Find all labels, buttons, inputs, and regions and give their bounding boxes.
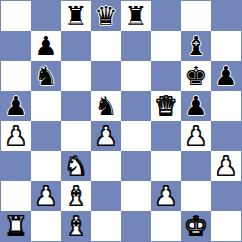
square-c6[interactable]	[61, 61, 91, 91]
white-rook-piece[interactable]: ♜	[4, 211, 27, 241]
square-c1[interactable]: ♝	[61, 211, 91, 241]
square-a3[interactable]	[1, 151, 31, 181]
chess-board: ♜♛♜♟♝♞♚♟♟♞♛♟♟♟♟♞♟♟♝♟♜♝♚	[0, 0, 242, 242]
white-bishop-piece[interactable]: ♝	[64, 181, 87, 211]
square-g3[interactable]	[181, 151, 211, 181]
square-e3[interactable]	[121, 151, 151, 181]
square-h8[interactable]	[211, 1, 241, 31]
square-e2[interactable]	[121, 181, 151, 211]
square-d2[interactable]	[91, 181, 121, 211]
white-pawn-piece[interactable]: ♟	[94, 121, 117, 151]
square-d1[interactable]	[91, 211, 121, 241]
black-pawn-piece[interactable]: ♟	[184, 91, 207, 121]
square-d3[interactable]	[91, 151, 121, 181]
white-pawn-piece[interactable]: ♟	[34, 181, 57, 211]
square-f4[interactable]	[151, 121, 181, 151]
square-d5[interactable]: ♞	[91, 91, 121, 121]
black-knight-piece[interactable]: ♞	[94, 91, 117, 121]
square-g7[interactable]: ♝	[181, 31, 211, 61]
square-e1[interactable]	[121, 211, 151, 241]
square-e5[interactable]	[121, 91, 151, 121]
square-a4[interactable]: ♟	[1, 121, 31, 151]
white-bishop-piece[interactable]: ♝	[64, 211, 87, 241]
square-c2[interactable]: ♝	[61, 181, 91, 211]
square-h4[interactable]	[211, 121, 241, 151]
white-king-piece[interactable]: ♚	[184, 211, 207, 241]
square-f8[interactable]	[151, 1, 181, 31]
square-a8[interactable]	[1, 1, 31, 31]
black-knight-piece[interactable]: ♞	[34, 61, 57, 91]
square-f2[interactable]: ♟	[151, 181, 181, 211]
square-g5[interactable]: ♟	[181, 91, 211, 121]
square-d7[interactable]	[91, 31, 121, 61]
square-b4[interactable]	[31, 121, 61, 151]
square-h2[interactable]	[211, 181, 241, 211]
square-g6[interactable]: ♚	[181, 61, 211, 91]
square-d8[interactable]: ♛	[91, 1, 121, 31]
white-pawn-piece[interactable]: ♟	[214, 151, 237, 181]
square-a7[interactable]	[1, 31, 31, 61]
square-b5[interactable]	[31, 91, 61, 121]
square-f5[interactable]: ♛	[151, 91, 181, 121]
square-h7[interactable]	[211, 31, 241, 61]
square-b1[interactable]	[31, 211, 61, 241]
square-e6[interactable]	[121, 61, 151, 91]
square-b7[interactable]: ♟	[31, 31, 61, 61]
square-f6[interactable]	[151, 61, 181, 91]
square-c7[interactable]	[61, 31, 91, 61]
square-b3[interactable]	[31, 151, 61, 181]
square-d4[interactable]: ♟	[91, 121, 121, 151]
black-pawn-piece[interactable]: ♟	[214, 61, 237, 91]
square-c3[interactable]: ♞	[61, 151, 91, 181]
black-queen-piece[interactable]: ♛	[94, 1, 117, 31]
square-e8[interactable]: ♜	[121, 1, 151, 31]
square-b2[interactable]: ♟	[31, 181, 61, 211]
square-c4[interactable]	[61, 121, 91, 151]
square-b8[interactable]	[31, 1, 61, 31]
square-f1[interactable]	[151, 211, 181, 241]
black-king-piece[interactable]: ♚	[184, 61, 207, 91]
square-a1[interactable]: ♜	[1, 211, 31, 241]
square-a6[interactable]	[1, 61, 31, 91]
square-a2[interactable]	[1, 181, 31, 211]
square-c8[interactable]: ♜	[61, 1, 91, 31]
square-e7[interactable]	[121, 31, 151, 61]
white-pawn-piece[interactable]: ♟	[154, 181, 177, 211]
white-pawn-piece[interactable]: ♟	[184, 121, 207, 151]
square-e4[interactable]	[121, 121, 151, 151]
white-queen-piece[interactable]: ♛	[154, 91, 177, 121]
square-d6[interactable]	[91, 61, 121, 91]
black-pawn-piece[interactable]: ♟	[4, 91, 27, 121]
black-bishop-piece[interactable]: ♝	[184, 31, 207, 61]
square-h6[interactable]: ♟	[211, 61, 241, 91]
black-pawn-piece[interactable]: ♟	[34, 31, 57, 61]
white-pawn-piece[interactable]: ♟	[4, 121, 27, 151]
square-a5[interactable]: ♟	[1, 91, 31, 121]
square-g1[interactable]: ♚	[181, 211, 211, 241]
white-knight-piece[interactable]: ♞	[64, 151, 87, 181]
black-rook-piece[interactable]: ♜	[124, 1, 147, 31]
square-h5[interactable]	[211, 91, 241, 121]
square-f7[interactable]	[151, 31, 181, 61]
square-g2[interactable]	[181, 181, 211, 211]
square-b6[interactable]: ♞	[31, 61, 61, 91]
square-g8[interactable]	[181, 1, 211, 31]
square-f3[interactable]	[151, 151, 181, 181]
square-h3[interactable]: ♟	[211, 151, 241, 181]
square-h1[interactable]	[211, 211, 241, 241]
square-g4[interactable]: ♟	[181, 121, 211, 151]
square-c5[interactable]	[61, 91, 91, 121]
black-rook-piece[interactable]: ♜	[64, 1, 87, 31]
